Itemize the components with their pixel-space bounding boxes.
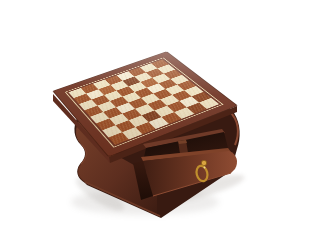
ring-pull-highlight: [204, 167, 206, 169]
chess-box-product-photo: [40, 16, 260, 236]
